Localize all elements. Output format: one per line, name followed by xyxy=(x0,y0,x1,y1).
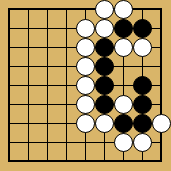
white-stone xyxy=(76,38,95,57)
black-stone xyxy=(114,19,133,38)
board-point-r6c3[interactable] xyxy=(38,95,57,114)
board-point-r7c7[interactable] xyxy=(114,114,133,133)
white-stone xyxy=(133,133,152,152)
board-point-r8c1[interactable] xyxy=(0,133,19,152)
board-point-r9c9[interactable] xyxy=(152,152,171,171)
board-point-r2c3[interactable] xyxy=(38,19,57,38)
board-point-r9c2[interactable] xyxy=(19,152,38,171)
board-point-r8c3[interactable] xyxy=(38,133,57,152)
board-point-r5c1[interactable] xyxy=(0,76,19,95)
black-stone xyxy=(95,38,114,57)
white-stone xyxy=(133,38,152,57)
board-point-r7c6[interactable] xyxy=(95,114,114,133)
white-stone xyxy=(76,76,95,95)
black-stone xyxy=(133,76,152,95)
white-stone xyxy=(114,38,133,57)
board-point-r4c6[interactable] xyxy=(95,57,114,76)
board-point-r7c4[interactable] xyxy=(57,114,76,133)
board-point-r8c4[interactable] xyxy=(57,133,76,152)
board-point-r2c4[interactable] xyxy=(57,19,76,38)
board-point-r7c2[interactable] xyxy=(19,114,38,133)
black-stone xyxy=(114,114,133,133)
board-point-r4c7[interactable] xyxy=(114,57,133,76)
board-point-r4c5[interactable] xyxy=(76,57,95,76)
board-point-r6c5[interactable] xyxy=(76,95,95,114)
board-point-r4c4[interactable] xyxy=(57,57,76,76)
board-point-r3c6[interactable] xyxy=(95,38,114,57)
board-point-r4c9[interactable] xyxy=(152,57,171,76)
board-point-r6c9[interactable] xyxy=(152,95,171,114)
board-point-r5c2[interactable] xyxy=(19,76,38,95)
board-point-r3c9[interactable] xyxy=(152,38,171,57)
white-stone xyxy=(76,114,95,133)
board-point-r6c1[interactable] xyxy=(0,95,19,114)
board-point-r5c6[interactable] xyxy=(95,76,114,95)
board-point-r9c4[interactable] xyxy=(57,152,76,171)
board-point-r1c4[interactable] xyxy=(57,0,76,19)
board-point-r9c8[interactable] xyxy=(133,152,152,171)
board-point-r3c7[interactable] xyxy=(114,38,133,57)
board-point-r2c7[interactable] xyxy=(114,19,133,38)
board-point-r6c4[interactable] xyxy=(57,95,76,114)
board-point-r8c6[interactable] xyxy=(95,133,114,152)
board-point-r2c2[interactable] xyxy=(19,19,38,38)
board-point-r7c9[interactable] xyxy=(152,114,171,133)
white-stone xyxy=(114,95,133,114)
board-point-r7c1[interactable] xyxy=(0,114,19,133)
board-point-r8c8[interactable] xyxy=(133,133,152,152)
board-point-r9c1[interactable] xyxy=(0,152,19,171)
black-stone xyxy=(95,95,114,114)
board-point-r2c9[interactable] xyxy=(152,19,171,38)
board-point-r1c1[interactable] xyxy=(0,0,19,19)
board-point-r9c3[interactable] xyxy=(38,152,57,171)
board-point-r7c8[interactable] xyxy=(133,114,152,133)
board-point-r4c3[interactable] xyxy=(38,57,57,76)
board-point-r1c5[interactable] xyxy=(76,0,95,19)
board-point-r6c6[interactable] xyxy=(95,95,114,114)
white-stone xyxy=(76,19,95,38)
board-point-r2c1[interactable] xyxy=(0,19,19,38)
board-point-r3c2[interactable] xyxy=(19,38,38,57)
board-point-r7c5[interactable] xyxy=(76,114,95,133)
white-stone xyxy=(95,114,114,133)
black-stone xyxy=(133,95,152,114)
white-stone xyxy=(76,95,95,114)
board-point-r7c3[interactable] xyxy=(38,114,57,133)
board-point-r3c3[interactable] xyxy=(38,38,57,57)
board-point-r3c4[interactable] xyxy=(57,38,76,57)
board-point-r1c7[interactable] xyxy=(114,0,133,19)
board-intersections xyxy=(0,0,171,171)
board-point-r9c7[interactable] xyxy=(114,152,133,171)
board-point-r8c9[interactable] xyxy=(152,133,171,152)
board-point-r3c1[interactable] xyxy=(0,38,19,57)
board-point-r4c1[interactable] xyxy=(0,57,19,76)
black-stone xyxy=(95,76,114,95)
board-point-r1c2[interactable] xyxy=(19,0,38,19)
board-point-r5c3[interactable] xyxy=(38,76,57,95)
board-point-r9c6[interactable] xyxy=(95,152,114,171)
board-point-r2c8[interactable] xyxy=(133,19,152,38)
white-stone xyxy=(76,57,95,76)
board-point-r4c8[interactable] xyxy=(133,57,152,76)
white-stone xyxy=(152,114,171,133)
board-point-r6c7[interactable] xyxy=(114,95,133,114)
board-point-r3c8[interactable] xyxy=(133,38,152,57)
board-point-r4c2[interactable] xyxy=(19,57,38,76)
white-stone xyxy=(95,0,114,19)
black-stone xyxy=(95,57,114,76)
black-stone xyxy=(133,19,152,38)
go-board xyxy=(0,0,171,171)
board-point-r9c5[interactable] xyxy=(76,152,95,171)
board-point-r5c9[interactable] xyxy=(152,76,171,95)
board-point-r8c7[interactable] xyxy=(114,133,133,152)
board-point-r6c8[interactable] xyxy=(133,95,152,114)
black-stone xyxy=(133,114,152,133)
white-stone xyxy=(114,0,133,19)
board-point-r1c3[interactable] xyxy=(38,0,57,19)
board-point-r5c4[interactable] xyxy=(57,76,76,95)
board-point-r5c5[interactable] xyxy=(76,76,95,95)
white-stone xyxy=(114,133,133,152)
board-point-r5c8[interactable] xyxy=(133,76,152,95)
board-point-r3c5[interactable] xyxy=(76,38,95,57)
board-point-r2c6[interactable] xyxy=(95,19,114,38)
board-point-r2c5[interactable] xyxy=(76,19,95,38)
board-point-r5c7[interactable] xyxy=(114,76,133,95)
board-point-r8c2[interactable] xyxy=(19,133,38,152)
board-point-r8c5[interactable] xyxy=(76,133,95,152)
board-point-r6c2[interactable] xyxy=(19,95,38,114)
white-stone xyxy=(95,19,114,38)
board-point-r1c9[interactable] xyxy=(152,0,171,19)
board-point-r1c8[interactable] xyxy=(133,0,152,19)
board-point-r1c6[interactable] xyxy=(95,0,114,19)
